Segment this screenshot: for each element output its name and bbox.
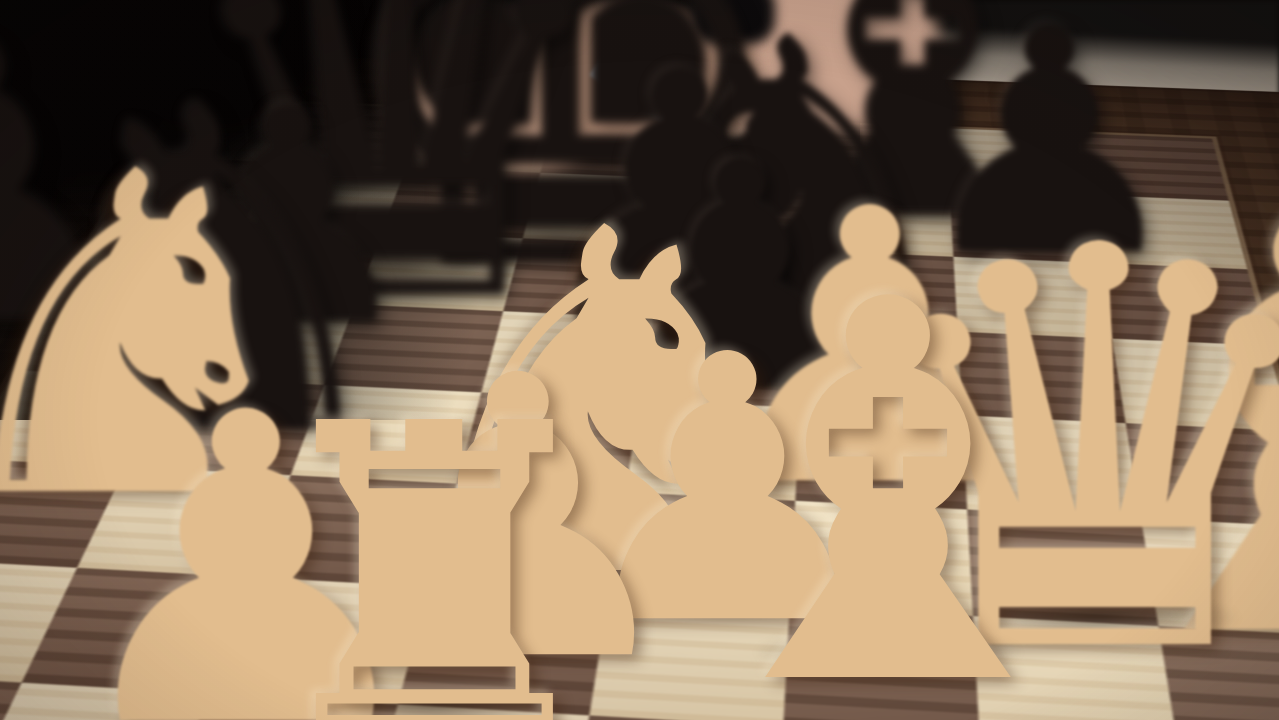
square-b2 — [22, 568, 253, 694]
square-a7 — [104, 157, 274, 227]
bg-maroon-chair — [140, 25, 275, 125]
square-b7 — [242, 162, 406, 232]
square-a8 — [141, 99, 301, 162]
piece-shadow — [211, 293, 365, 323]
square-c8 — [406, 108, 556, 172]
square-c6 — [355, 232, 523, 311]
piece-shadow — [7, 448, 237, 493]
square-b5 — [169, 298, 355, 385]
piece-white-P-f4: ♟ — [681, 160, 1059, 538]
piece-white-B-h3: ♝ — [1030, 139, 1279, 719]
piece-shadow — [772, 443, 968, 481]
chess-board-grid — [0, 99, 1279, 720]
square-g4 — [962, 415, 1141, 518]
player-hand — [534, 0, 762, 156]
background-wall — [690, 0, 1279, 244]
square-b6 — [208, 226, 382, 304]
square-c7 — [382, 167, 541, 238]
square-f6 — [805, 251, 958, 332]
square-f4 — [795, 408, 967, 510]
square-e7 — [665, 178, 812, 250]
square-d3 — [429, 484, 625, 597]
square-h6 — [1100, 263, 1268, 346]
square-d1 — [361, 704, 589, 720]
square-g2 — [973, 616, 1178, 720]
square-b1 — [0, 683, 209, 720]
chess-board — [0, 48, 1279, 720]
piece-black-P-f5: ♟ — [584, 122, 897, 435]
square-a6 — [62, 221, 242, 298]
piece-black-K-d6: ♚ — [296, 0, 824, 343]
square-d8 — [540, 113, 685, 178]
square-f2 — [783, 606, 979, 720]
square-b8 — [273, 103, 428, 167]
square-d4 — [457, 392, 640, 492]
square-a2 — [0, 558, 77, 682]
piece-shadow — [1170, 573, 1279, 631]
square-h8 — [1079, 133, 1229, 200]
piece-shadow — [418, 616, 619, 655]
square-e6 — [653, 244, 808, 324]
bg-black-piece-left-edge — [0, 0, 60, 285]
piece-white-P-c2: ♟ — [32, 358, 460, 720]
square-d5 — [481, 311, 653, 400]
player-skin-glow — [405, 50, 590, 175]
square-a3 — [0, 459, 126, 568]
piece-black-N-f6: ♞ — [603, 0, 998, 382]
piece-shadow — [660, 356, 822, 388]
piece-shadow — [266, 244, 532, 296]
piece-white-N-b4: ♞ — [0, 115, 344, 560]
square-h7 — [1089, 195, 1248, 269]
background-wall-shadow — [690, 0, 890, 244]
piece-white-N-e3: ♞ — [352, 168, 827, 643]
square-b3 — [77, 467, 290, 577]
square-h3 — [1141, 518, 1279, 636]
square-f5 — [800, 325, 962, 416]
piece-shadow — [699, 282, 903, 322]
piece-shadow — [326, 685, 544, 720]
piece-shadow — [753, 626, 1024, 679]
piece-white-B-f2: ♝ — [626, 234, 1150, 720]
square-e4 — [625, 400, 800, 501]
square-e3 — [608, 492, 795, 606]
square-g8 — [946, 128, 1088, 195]
square-h2 — [1158, 626, 1279, 720]
piece-black-Q-c6: ♛ — [142, 0, 656, 373]
square-c3 — [252, 475, 457, 587]
piece-black-N-b5: ♞ — [0, 49, 437, 498]
square-h4 — [1126, 423, 1279, 527]
piece-shadow — [970, 221, 1131, 252]
player-sleeve-dark — [690, 0, 775, 44]
piece-white-P-f3: ♟ — [544, 308, 911, 675]
piece-shadow — [0, 282, 76, 321]
square-g3 — [967, 509, 1158, 626]
square-a4 — [0, 370, 169, 467]
square-g6 — [953, 257, 1111, 339]
piece-black-P-e6: ♟ — [506, 28, 854, 376]
piece-shadow — [590, 288, 770, 323]
piece-shadow — [805, 174, 1021, 216]
square-e8 — [676, 118, 816, 184]
vignette-overlay — [0, 0, 1279, 720]
piece-shadow — [633, 583, 823, 620]
score-card — [589, 58, 674, 124]
square-c4 — [291, 385, 482, 484]
video-frame: ♞♟♜♟♞♟♟♝♛♝♟♞♟♛♚♟♟♞♝♟ — [0, 0, 1279, 720]
player-forearm — [689, 0, 950, 151]
square-f8 — [812, 123, 950, 189]
square-a1 — [0, 672, 22, 720]
square-g7 — [950, 189, 1100, 263]
square-d7 — [523, 173, 676, 245]
piece-shadow — [135, 678, 357, 720]
piece-shadow — [467, 524, 713, 572]
piece-black-B-f7: ♝ — [704, 0, 1121, 279]
bg-dark-band-top — [320, 0, 670, 50]
square-h5 — [1112, 339, 1279, 431]
piece-white-P-d3: ♟ — [324, 326, 712, 714]
bg-black-piece-topleft — [50, 0, 175, 110]
square-f7 — [809, 184, 954, 257]
piece-white-Q-g2: ♛ — [821, 176, 1279, 720]
square-g5 — [958, 332, 1126, 423]
square-f3 — [790, 501, 973, 616]
piece-black-P-a6: ♟ — [0, 0, 169, 380]
square-a5 — [15, 291, 207, 377]
square-e1 — [567, 715, 783, 720]
square-e5 — [640, 318, 805, 408]
piece-black-P-g6: ♟ — [894, 0, 1205, 299]
piece-shadow — [955, 590, 1242, 646]
piece-white-R-d2: ♜ — [224, 370, 645, 720]
piece-shadow — [97, 385, 330, 430]
piece-black-P-c5: ♟ — [139, 70, 436, 367]
bg-dark-column — [628, 0, 692, 185]
square-e2 — [589, 596, 789, 720]
square-c5 — [324, 305, 503, 393]
square-b4 — [126, 378, 325, 476]
piece-shadow — [423, 210, 697, 263]
square-d6 — [503, 238, 665, 318]
square-c2 — [209, 577, 430, 704]
dark-corner-overlay — [0, 0, 860, 420]
square-c1 — [158, 693, 397, 720]
square-d2 — [398, 587, 609, 716]
